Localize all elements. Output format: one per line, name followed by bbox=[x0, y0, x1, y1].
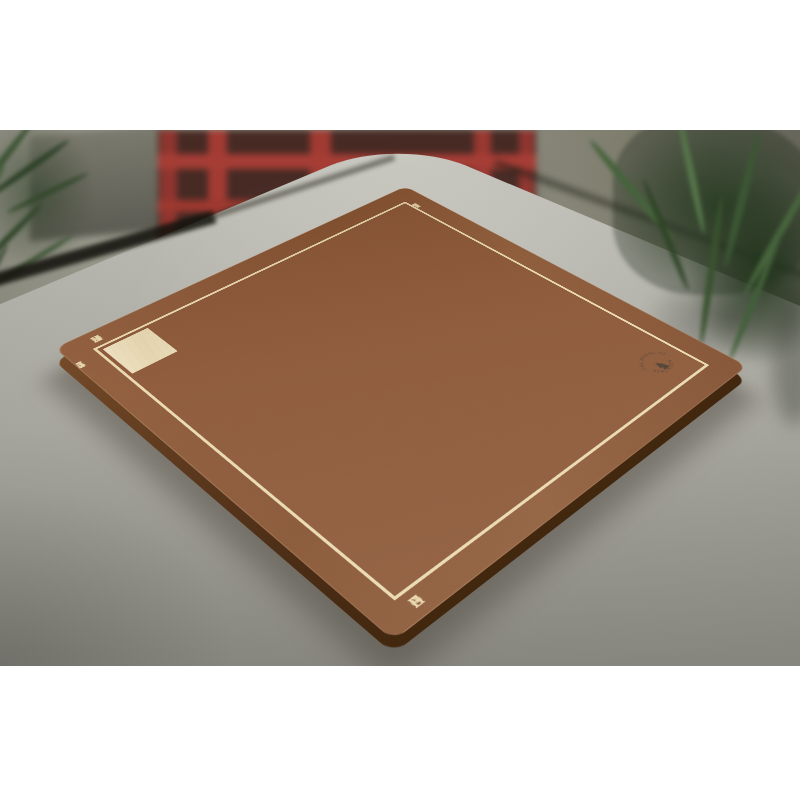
photo: ABCDEFGH ABCDEFGH 87654321 87654321 · TH… bbox=[0, 130, 800, 666]
file-label-h: H bbox=[401, 589, 434, 615]
product-photo-page: ABCDEFGH ABCDEFGH 87654321 87654321 · TH… bbox=[0, 0, 800, 800]
house-of-staunton-logo: · THE HOUSE OF · STAUNTON ♞ bbox=[626, 344, 692, 385]
